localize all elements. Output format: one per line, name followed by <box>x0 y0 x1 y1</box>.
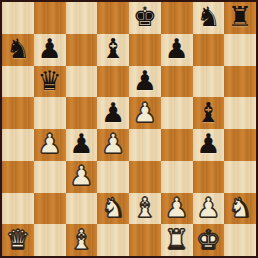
square-a6[interactable] <box>2 66 34 98</box>
square-g6[interactable] <box>193 66 225 98</box>
square-g8[interactable]: ♞ <box>193 2 225 34</box>
piece-white-queen[interactable]: ♛ <box>2 224 34 256</box>
square-b4[interactable]: ♟ <box>34 129 66 161</box>
piece-white-pawn[interactable]: ♟ <box>193 193 225 225</box>
piece-white-pawn[interactable]: ♟ <box>161 193 193 225</box>
square-c1[interactable]: ♝ <box>66 224 98 256</box>
square-b5[interactable] <box>34 97 66 129</box>
square-h6[interactable] <box>224 66 256 98</box>
square-b1[interactable] <box>34 224 66 256</box>
square-d7[interactable]: ♝ <box>97 34 129 66</box>
piece-black-pawn[interactable]: ♟ <box>34 34 66 66</box>
square-f3[interactable] <box>161 161 193 193</box>
square-f5[interactable] <box>161 97 193 129</box>
piece-white-pawn[interactable]: ♟ <box>34 129 66 161</box>
square-a8[interactable] <box>2 2 34 34</box>
square-d3[interactable] <box>97 161 129 193</box>
square-d6[interactable] <box>97 66 129 98</box>
chess-board: ♚♞♜♞♟♝♟♛♟♟♟♝♟♟♟♟♟♞♝♟♟♞♛♝♜♚ <box>2 2 256 256</box>
piece-black-pawn[interactable]: ♟ <box>129 66 161 98</box>
piece-black-king[interactable]: ♚ <box>129 2 161 34</box>
square-e1[interactable] <box>129 224 161 256</box>
piece-black-rook[interactable]: ♜ <box>224 2 256 34</box>
square-f1[interactable]: ♜ <box>161 224 193 256</box>
piece-white-knight[interactable]: ♞ <box>97 193 129 225</box>
square-d5[interactable]: ♟ <box>97 97 129 129</box>
square-e8[interactable]: ♚ <box>129 2 161 34</box>
piece-white-pawn[interactable]: ♟ <box>66 161 98 193</box>
piece-white-king[interactable]: ♚ <box>193 224 225 256</box>
square-a2[interactable] <box>2 193 34 225</box>
piece-white-rook[interactable]: ♜ <box>161 224 193 256</box>
piece-black-pawn[interactable]: ♟ <box>97 97 129 129</box>
square-f4[interactable] <box>161 129 193 161</box>
piece-white-knight[interactable]: ♞ <box>224 193 256 225</box>
square-e7[interactable] <box>129 34 161 66</box>
square-c7[interactable] <box>66 34 98 66</box>
square-g5[interactable]: ♝ <box>193 97 225 129</box>
square-e3[interactable] <box>129 161 161 193</box>
square-c2[interactable] <box>66 193 98 225</box>
square-a5[interactable] <box>2 97 34 129</box>
piece-black-knight[interactable]: ♞ <box>2 34 34 66</box>
piece-white-pawn[interactable]: ♟ <box>129 97 161 129</box>
square-c3[interactable]: ♟ <box>66 161 98 193</box>
square-f7[interactable]: ♟ <box>161 34 193 66</box>
square-e6[interactable]: ♟ <box>129 66 161 98</box>
piece-white-pawn[interactable]: ♟ <box>97 129 129 161</box>
square-b8[interactable] <box>34 2 66 34</box>
square-g4[interactable]: ♟ <box>193 129 225 161</box>
chess-board-frame: ♚♞♜♞♟♝♟♛♟♟♟♝♟♟♟♟♟♞♝♟♟♞♛♝♜♚ <box>0 0 258 258</box>
square-b2[interactable] <box>34 193 66 225</box>
piece-black-queen[interactable]: ♛ <box>34 66 66 98</box>
square-a7[interactable]: ♞ <box>2 34 34 66</box>
piece-white-bishop[interactable]: ♝ <box>129 193 161 225</box>
square-c5[interactable] <box>66 97 98 129</box>
piece-white-bishop[interactable]: ♝ <box>66 224 98 256</box>
square-d2[interactable]: ♞ <box>97 193 129 225</box>
square-h4[interactable] <box>224 129 256 161</box>
square-e4[interactable] <box>129 129 161 161</box>
square-e2[interactable]: ♝ <box>129 193 161 225</box>
square-c6[interactable] <box>66 66 98 98</box>
square-h8[interactable]: ♜ <box>224 2 256 34</box>
square-e5[interactable]: ♟ <box>129 97 161 129</box>
piece-black-pawn[interactable]: ♟ <box>66 129 98 161</box>
square-g7[interactable] <box>193 34 225 66</box>
square-g2[interactable]: ♟ <box>193 193 225 225</box>
piece-black-bishop[interactable]: ♝ <box>193 97 225 129</box>
square-h1[interactable] <box>224 224 256 256</box>
square-f6[interactable] <box>161 66 193 98</box>
square-g3[interactable] <box>193 161 225 193</box>
square-c8[interactable] <box>66 2 98 34</box>
square-f8[interactable] <box>161 2 193 34</box>
square-h7[interactable] <box>224 34 256 66</box>
square-b3[interactable] <box>34 161 66 193</box>
piece-black-knight[interactable]: ♞ <box>193 2 225 34</box>
square-a1[interactable]: ♛ <box>2 224 34 256</box>
square-h3[interactable] <box>224 161 256 193</box>
square-g1[interactable]: ♚ <box>193 224 225 256</box>
square-d1[interactable] <box>97 224 129 256</box>
piece-black-pawn[interactable]: ♟ <box>161 34 193 66</box>
square-a4[interactable] <box>2 129 34 161</box>
piece-black-pawn[interactable]: ♟ <box>193 129 225 161</box>
square-a3[interactable] <box>2 161 34 193</box>
square-b6[interactable]: ♛ <box>34 66 66 98</box>
square-d8[interactable] <box>97 2 129 34</box>
square-h2[interactable]: ♞ <box>224 193 256 225</box>
piece-black-bishop[interactable]: ♝ <box>97 34 129 66</box>
square-c4[interactable]: ♟ <box>66 129 98 161</box>
square-d4[interactable]: ♟ <box>97 129 129 161</box>
square-f2[interactable]: ♟ <box>161 193 193 225</box>
square-b7[interactable]: ♟ <box>34 34 66 66</box>
square-h5[interactable] <box>224 97 256 129</box>
